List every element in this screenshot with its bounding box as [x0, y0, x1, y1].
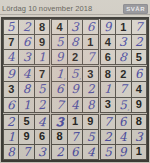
sudoku-cell-r1c6: 6 — [83, 20, 97, 34]
sudoku-block: 254196873 — [3, 114, 50, 160]
handwritten-digit: 4 — [23, 68, 31, 80]
handwritten-digit: 2 — [22, 21, 30, 34]
sudoku-cell-r6c5: 4 — [68, 98, 82, 112]
sudoku-cell-r5c1: 3 — [4, 82, 18, 96]
handwritten-digit: 6 — [86, 21, 94, 33]
handwritten-digit: 4 — [86, 146, 95, 159]
given-digit: 9 — [136, 99, 142, 110]
date-label: Lördag 10 november 2018 — [2, 4, 92, 13]
sudoku-cell-r3c6: 7 — [83, 50, 97, 64]
sudoku-cell-r7c3: 4 — [35, 115, 49, 129]
given-digit: 6 — [105, 52, 111, 63]
given-digit: 3 — [8, 84, 14, 95]
handwritten-digit: 5 — [38, 83, 46, 95]
sudoku-cell-r4c4: 1, — [52, 67, 66, 81]
handwritten-digit: 9 — [104, 21, 113, 34]
handwritten-digit: 6 — [55, 83, 63, 95]
sudoku-cell-r5c9: 4 — [132, 82, 146, 96]
sudoku-cell-r1c5: 3 — [68, 20, 82, 34]
handwritten-digit: 1 — [7, 131, 15, 143]
sudoku-cell-r2c2: 6 — [19, 35, 33, 49]
handwritten-digit: 2 — [135, 36, 143, 48]
pen-mark: , — [128, 105, 130, 111]
handwritten-digit: 4 — [38, 115, 46, 128]
given-digit: 9 — [39, 37, 45, 48]
handwritten-digit: 8 — [23, 83, 31, 95]
sudoku-cell-r3c2: 3 — [19, 50, 33, 64]
sudoku-cell-r1c1: 5 — [4, 20, 18, 34]
handwritten-digit: 4 — [119, 131, 127, 143]
sudoku-cell-r2c1: 7 — [4, 35, 18, 49]
sudoku-block: 768243591 — [100, 114, 147, 160]
given-digit: 3 — [105, 99, 111, 110]
sudoku-cell-r5c5: 9 — [68, 82, 82, 96]
given-digit: 1 — [87, 37, 93, 48]
sudoku-cell-r8c4: 8 — [52, 130, 66, 144]
given-digit: 5 — [136, 52, 142, 63]
given-digit: 7 — [39, 69, 45, 80]
sudoku-cell-r6c8: 5, — [116, 98, 130, 112]
sudoku-cell-r6c6: 8 — [83, 98, 97, 112]
given-digit: 4 — [136, 84, 142, 95]
sudoku-cell-r2c4: 5 — [52, 35, 66, 49]
sudoku-cell-r3c9: 5 — [132, 50, 146, 64]
sudoku-cell-r9c1: 8 — [4, 145, 18, 159]
sudoku-block: 917432685 — [100, 19, 147, 65]
sudoku-cell-r4c6: 3 — [83, 67, 97, 81]
sudoku-cell-r4c3: 7 — [35, 67, 49, 81]
sudoku-cell-r8c7: 2 — [101, 130, 115, 144]
given-digit: 9 — [24, 131, 30, 142]
sudoku-cell-r7c8: 6 — [116, 115, 130, 129]
sudoku-cell-r7c1: 2 — [4, 115, 18, 129]
handwritten-digit: 7 — [86, 51, 94, 63]
handwritten-digit: 5 — [55, 36, 63, 48]
sudoku-cell-r9c7: 5 — [101, 145, 115, 159]
handwritten-digit: 3 — [135, 131, 143, 143]
handwritten-digit: 5 — [119, 98, 127, 110]
handwritten-digit: 6 — [23, 36, 31, 48]
pen-mark: , — [79, 74, 81, 80]
given-digit: 1 — [136, 146, 142, 157]
sudoku-cell-r3c3: 1 — [35, 50, 49, 64]
handwritten-digit: 3 — [56, 116, 64, 128]
sudoku-cell-r8c5: 7 — [68, 130, 82, 144]
sudoku-cell-r5c7: 1 — [101, 82, 115, 96]
handwritten-digit: 9 — [71, 83, 79, 95]
sudoku-cell-r2c7: 4 — [101, 35, 115, 49]
given-digit: 1 — [120, 22, 126, 33]
sudoku-cell-r4c7: 8 — [101, 67, 115, 81]
given-digit: 8 — [56, 131, 62, 142]
handwritten-digit: 2 — [86, 83, 94, 95]
sudoku-cell-r4c9: 6 — [132, 67, 146, 81]
sudoku-cell-r2c3: 9 — [35, 35, 49, 49]
sudoku-grid: 5287694314365819279174326859473856121,5,… — [1, 17, 149, 162]
given-digit: 3 — [87, 69, 93, 80]
sudoku-cell-r4c5: 5, — [68, 67, 82, 81]
given-digit: 2 — [120, 69, 126, 80]
sudoku-cell-r7c9: 8 — [132, 115, 146, 129]
sudoku-block: 1,5,3692748 — [51, 66, 98, 112]
handwritten-digit: 5 — [71, 68, 79, 80]
sudoku-cell-r9c9: 1 — [132, 145, 146, 159]
handwritten-digit: 7 — [55, 98, 64, 111]
sudoku-cell-r4c2: 4 — [19, 67, 33, 81]
sudoku-cell-r7c2: 5 — [19, 115, 33, 129]
given-digit: 2 — [72, 52, 78, 63]
sudoku-cell-r9c5: 6 — [68, 145, 82, 159]
sudoku-cell-r9c6: 4 — [83, 145, 97, 159]
given-digit: 8 — [136, 116, 142, 127]
header-divider — [0, 14, 150, 15]
sudoku-cell-r5c3: 5 — [35, 82, 49, 96]
handwritten-digit: 1 — [23, 98, 31, 110]
handwritten-digit: 4 — [7, 51, 15, 64]
difficulty-badge: SVÅR — [123, 4, 148, 14]
handwritten-digit: 2 — [7, 116, 15, 128]
handwritten-digit: 9 — [7, 68, 15, 81]
handwritten-digit: 7 — [22, 146, 30, 159]
sudoku-block: 82617435,9 — [100, 66, 147, 112]
handwritten-digit: 5 — [104, 146, 112, 158]
sudoku-cell-r7c4: 3 — [52, 115, 66, 129]
handwritten-digit: 1 — [38, 51, 46, 63]
handwritten-digit: 8 — [71, 36, 79, 48]
handwritten-digit: 6 — [119, 115, 128, 128]
sudoku-cell-r5c6: 2 — [83, 82, 97, 96]
handwritten-digit: 7 — [71, 131, 79, 143]
sudoku-block: 319875264 — [51, 114, 98, 160]
handwritten-digit: 2 — [104, 131, 112, 143]
sudoku-cell-r3c4: 9 — [52, 50, 66, 64]
handwritten-digit: 8 — [119, 51, 128, 64]
sudoku-cell-r9c4: 2 — [52, 145, 66, 159]
sudoku-cell-r8c6: 5 — [83, 130, 97, 144]
sudoku-cell-r1c3: 8 — [35, 20, 49, 34]
sudoku-cell-r3c8: 8 — [116, 50, 130, 64]
sudoku-cell-r6c9: 9 — [132, 98, 146, 112]
handwritten-digit: 2 — [38, 98, 46, 111]
given-digit: 6 — [39, 131, 45, 142]
given-digit: 1 — [72, 116, 78, 127]
handwritten-digit: 1 — [104, 83, 112, 95]
sudoku-cell-r9c2: 7 — [19, 145, 33, 159]
handwritten-digit: 3 — [71, 21, 79, 34]
handwritten-digit: 3 — [38, 146, 47, 159]
sudoku-cell-r2c9: 2 — [132, 35, 146, 49]
pen-mark: , — [64, 74, 66, 80]
given-digit: 7 — [8, 37, 14, 48]
given-digit: 8 — [105, 69, 111, 80]
sudoku-cell-r2c5: 8 — [68, 35, 82, 49]
sudoku-cell-r2c8: 3 — [116, 35, 130, 49]
handwritten-digit: 5 — [7, 21, 16, 34]
sudoku-cell-r6c1: 6 — [4, 98, 18, 112]
sudoku-cell-r9c8: 9 — [116, 145, 130, 159]
sudoku-cell-r7c7: 7 — [101, 115, 115, 129]
handwritten-digit: 6 — [7, 98, 16, 111]
sudoku-cell-r8c8: 4 — [116, 130, 130, 144]
sudoku-cell-r1c2: 2 — [19, 20, 33, 34]
sudoku-cell-r1c8: 1 — [116, 20, 130, 34]
sudoku-cell-r5c4: 6 — [52, 82, 66, 96]
handwritten-digit: 7 — [119, 83, 127, 95]
given-digit: 4 — [56, 22, 62, 33]
handwritten-digit: 8 — [86, 98, 94, 111]
sudoku-cell-r1c7: 9 — [101, 20, 115, 34]
sudoku-cell-r3c7: 6 — [101, 50, 115, 64]
handwritten-digit: 9 — [55, 51, 63, 64]
sudoku-cell-r4c1: 9 — [4, 67, 18, 81]
handwritten-digit: 7 — [104, 116, 112, 128]
sudoku-cell-r3c5: 2 — [68, 50, 82, 64]
handwritten-digit: 2 — [56, 146, 64, 158]
sudoku-cell-r9c3: 3 — [35, 145, 49, 159]
handwritten-digit: 3 — [22, 51, 31, 64]
newspaper-sudoku-photo: Lördag 10 november 2018 SVÅR 52876943143… — [0, 0, 150, 163]
sudoku-cell-r5c8: 7 — [116, 82, 130, 96]
sudoku-cell-r8c1: 1 — [4, 130, 18, 144]
handwritten-digit: 6 — [134, 68, 143, 81]
given-digit: 8 — [39, 22, 45, 33]
sudoku-cell-r7c6: 9 — [83, 115, 97, 129]
handwritten-digit: 3 — [119, 36, 127, 48]
given-digit: 5 — [24, 116, 30, 127]
given-digit: 9 — [87, 116, 93, 127]
sudoku-block: 436581927 — [51, 19, 98, 65]
sudoku-cell-r5c2: 8 — [19, 82, 33, 96]
sudoku-block: 528769431 — [3, 19, 50, 65]
sudoku-cell-r6c7: 3 — [101, 98, 115, 112]
sudoku-block: 947385612 — [3, 66, 50, 112]
handwritten-digit: 9 — [119, 146, 127, 159]
handwritten-digit: 5 — [86, 131, 94, 143]
sudoku-cell-r4c8: 2 — [116, 67, 130, 81]
sudoku-cell-r2c6: 1 — [83, 35, 97, 49]
sudoku-cell-r1c4: 4 — [52, 20, 66, 34]
sudoku-cell-r8c9: 3 — [132, 130, 146, 144]
sudoku-cell-r3c1: 4 — [4, 50, 18, 64]
sudoku-cell-r6c2: 1 — [19, 98, 33, 112]
handwritten-digit: 8 — [7, 146, 15, 158]
handwritten-digit: 1 — [55, 68, 63, 81]
handwritten-digit: 6 — [71, 146, 79, 159]
handwritten-digit: 7 — [135, 21, 143, 33]
sudoku-cell-r6c3: 2 — [35, 98, 49, 112]
sudoku-cell-r8c3: 6 — [35, 130, 49, 144]
sudoku-cell-r6c4: 7 — [52, 98, 66, 112]
given-digit: 4 — [105, 37, 111, 48]
sudoku-cell-r7c5: 1 — [68, 115, 82, 129]
sudoku-cell-r8c2: 9 — [19, 130, 33, 144]
sudoku-cell-r1c9: 7 — [132, 20, 146, 34]
handwritten-digit: 4 — [71, 98, 79, 110]
